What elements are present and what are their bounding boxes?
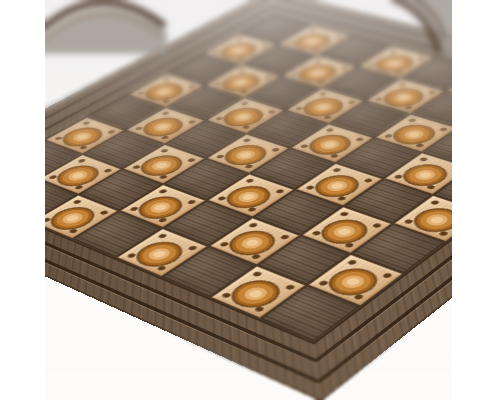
board-photo <box>45 0 452 400</box>
checkers-board <box>45 0 452 400</box>
product-photo-canvas <box>0 0 500 400</box>
